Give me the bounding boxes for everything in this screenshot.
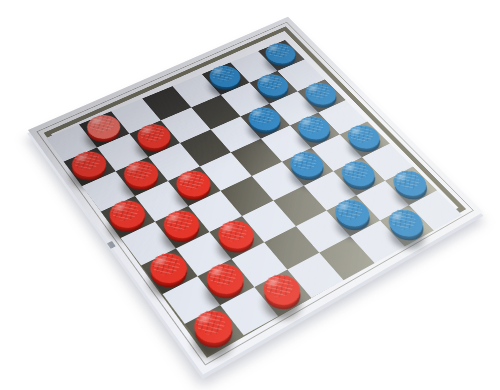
board-grid: ●●●●●●●●●●●●●●●●●●●●●●●●: [46, 40, 462, 355]
photo-stage: ●●●●●●●●●●●●●●●●●●●●●●●●: [0, 0, 500, 390]
paper-notch: [107, 241, 116, 249]
